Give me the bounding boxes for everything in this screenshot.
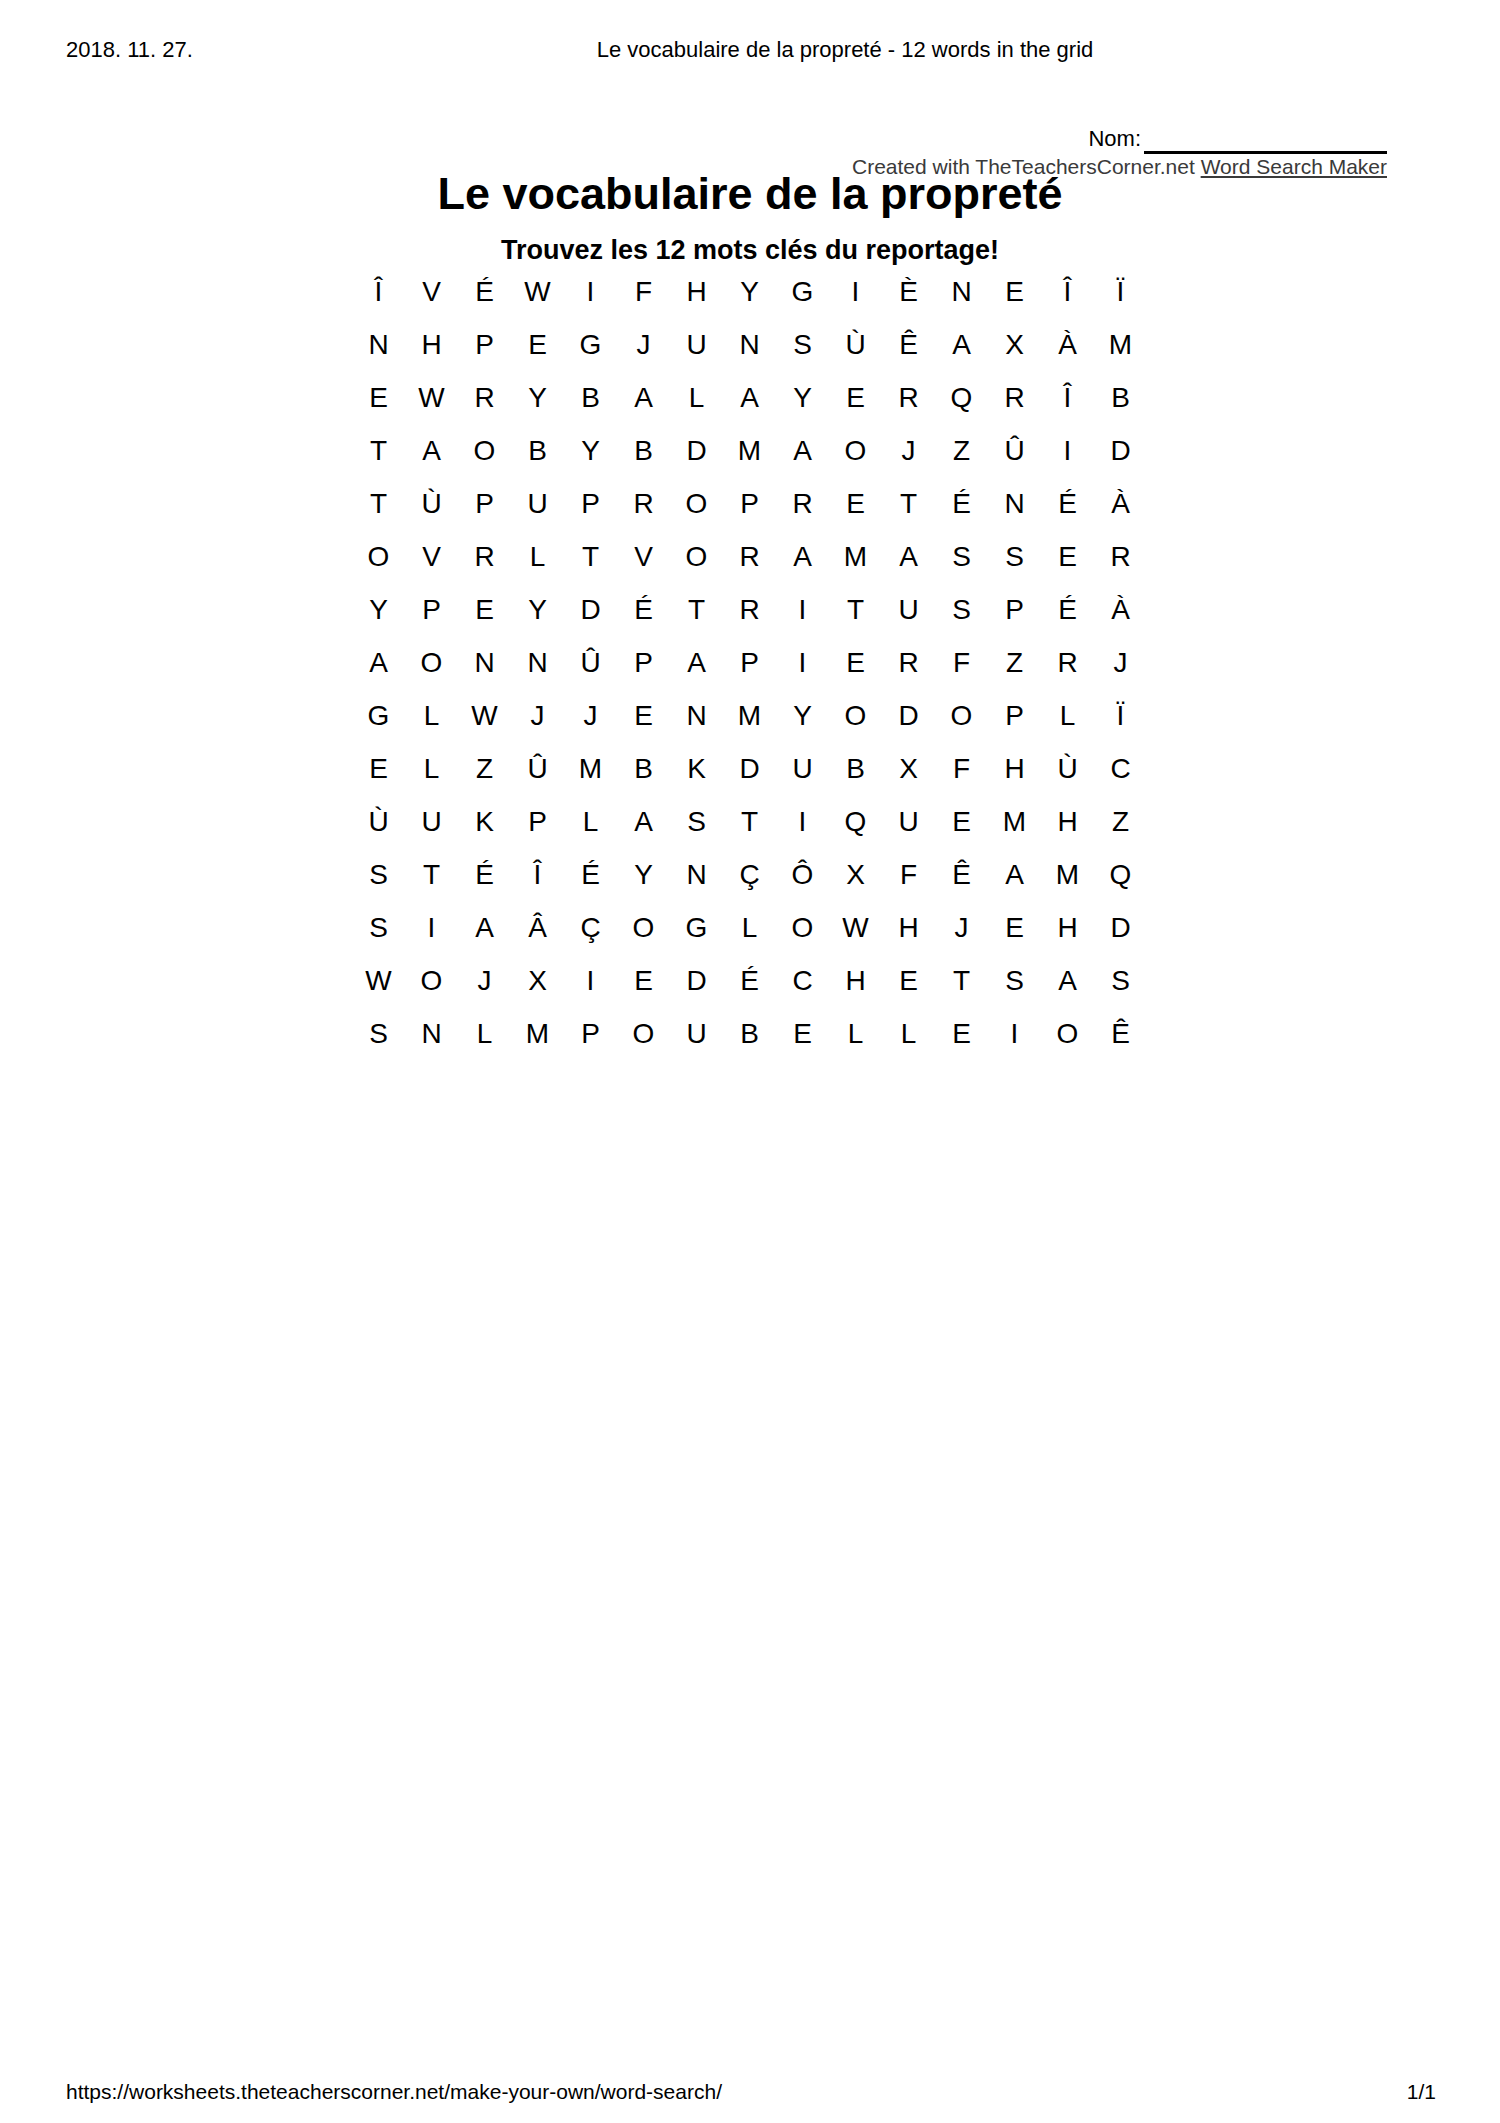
grid-cell: Z [988, 636, 1041, 689]
grid-cell: S [352, 901, 405, 954]
footer-page-number: 1/1 [1407, 2080, 1436, 2104]
grid-cell: R [723, 583, 776, 636]
grid-cell: T [670, 583, 723, 636]
grid-cell: U [776, 742, 829, 795]
grid-cell: G [670, 901, 723, 954]
grid-cell: H [1041, 795, 1094, 848]
grid-cell: H [670, 265, 723, 318]
grid-cell: É [458, 265, 511, 318]
grid-cell: W [458, 689, 511, 742]
grid-cell: L [405, 689, 458, 742]
grid-cell: P [723, 477, 776, 530]
grid-cell: B [1094, 371, 1147, 424]
grid-cell: U [670, 1007, 723, 1060]
grid-cell: I [564, 954, 617, 1007]
name-blank-line [1144, 129, 1387, 154]
grid-cell: É [935, 477, 988, 530]
grid-cell: M [1094, 318, 1147, 371]
grid-cell: Y [776, 371, 829, 424]
grid-cell: I [405, 901, 458, 954]
print-date: 2018. 11. 27. [66, 38, 193, 62]
grid-cell: R [458, 371, 511, 424]
grid-cell: G [564, 318, 617, 371]
grid-cell: S [988, 530, 1041, 583]
grid-cell: O [352, 530, 405, 583]
grid-cell: W [405, 371, 458, 424]
grid-cell: N [511, 636, 564, 689]
grid-cell: A [617, 371, 670, 424]
grid-cell: Û [564, 636, 617, 689]
name-label: Nom: [1088, 126, 1141, 154]
grid-cell: É [564, 848, 617, 901]
grid-cell: Z [1094, 795, 1147, 848]
grid-cell: S [776, 318, 829, 371]
grid-cell: M [988, 795, 1041, 848]
grid-cell: T [935, 954, 988, 1007]
grid-cell: A [352, 636, 405, 689]
grid-cell: L [405, 742, 458, 795]
grid-cell: W [352, 954, 405, 1007]
grid-cell: Ç [723, 848, 776, 901]
grid-cell: Ô [776, 848, 829, 901]
grid-cell: F [882, 848, 935, 901]
grid-cell: L [723, 901, 776, 954]
grid-cell: O [405, 636, 458, 689]
grid-cell: P [564, 477, 617, 530]
grid-cell: P [458, 477, 511, 530]
grid-cell: V [405, 265, 458, 318]
grid-cell: H [405, 318, 458, 371]
grid-cell: D [1094, 424, 1147, 477]
grid-cell: U [405, 795, 458, 848]
grid-cell: É [1041, 583, 1094, 636]
grid-cell: O [617, 1007, 670, 1060]
grid-cell: O [776, 901, 829, 954]
grid-cell: Ç [564, 901, 617, 954]
grid-cell: U [882, 795, 935, 848]
grid-cell: I [776, 583, 829, 636]
grid-cell: A [670, 636, 723, 689]
grid-cell: Y [723, 265, 776, 318]
grid-cell: È [882, 265, 935, 318]
grid-cell: T [829, 583, 882, 636]
grid-cell: P [511, 795, 564, 848]
grid-cell: P [988, 689, 1041, 742]
grid-cell: E [352, 742, 405, 795]
grid-cell: A [458, 901, 511, 954]
grid-cell: R [988, 371, 1041, 424]
grid-cell: W [511, 265, 564, 318]
grid-cell: S [670, 795, 723, 848]
grid-cell: Î [1041, 371, 1094, 424]
grid-cell: É [458, 848, 511, 901]
grid-cell: Ù [352, 795, 405, 848]
grid-cell: V [405, 530, 458, 583]
grid-cell: S [352, 1007, 405, 1060]
grid-cell: M [723, 424, 776, 477]
grid-cell: K [670, 742, 723, 795]
grid-cell: N [352, 318, 405, 371]
grid-cell: C [776, 954, 829, 1007]
grid-cell: P [405, 583, 458, 636]
grid-cell: A [617, 795, 670, 848]
grid-cell: X [829, 848, 882, 901]
grid-cell: Ê [882, 318, 935, 371]
grid-cell: R [1094, 530, 1147, 583]
grid-cell: F [935, 636, 988, 689]
grid-cell: Î [352, 265, 405, 318]
grid-cell: N [458, 636, 511, 689]
grid-cell: Y [776, 689, 829, 742]
grid-cell: J [1094, 636, 1147, 689]
grid-cell: Q [829, 795, 882, 848]
grid-cell: O [405, 954, 458, 1007]
grid-cell: À [1094, 583, 1147, 636]
grid-cell: B [564, 371, 617, 424]
grid-cell: R [723, 530, 776, 583]
footer-url: https://worksheets.theteacherscorner.net… [66, 2080, 722, 2104]
grid-cell: Î [1041, 265, 1094, 318]
grid-cell: U [670, 318, 723, 371]
grid-cell: O [670, 530, 723, 583]
grid-cell: X [988, 318, 1041, 371]
grid-cell: E [458, 583, 511, 636]
grid-cell: I [564, 265, 617, 318]
grid-cell: L [511, 530, 564, 583]
grid-cell: É [617, 583, 670, 636]
grid-cell: O [829, 424, 882, 477]
grid-cell: N [670, 848, 723, 901]
grid-cell: E [882, 954, 935, 1007]
grid-cell: B [617, 424, 670, 477]
grid-cell: R [1041, 636, 1094, 689]
grid-cell: B [723, 1007, 776, 1060]
grid-cell: Â [511, 901, 564, 954]
grid-cell: R [882, 371, 935, 424]
print-document-title: Le vocabulaire de la propreté - 12 words… [597, 38, 1094, 62]
grid-cell: M [564, 742, 617, 795]
grid-cell: E [617, 689, 670, 742]
grid-cell: H [988, 742, 1041, 795]
grid-cell: L [1041, 689, 1094, 742]
grid-cell: A [882, 530, 935, 583]
grid-cell: E [829, 371, 882, 424]
grid-cell: M [511, 1007, 564, 1060]
grid-cell: Ï [1094, 689, 1147, 742]
grid-cell: S [352, 848, 405, 901]
grid-cell: O [1041, 1007, 1094, 1060]
grid-cell: N [988, 477, 1041, 530]
grid-cell: Ù [829, 318, 882, 371]
grid-cell: Î [511, 848, 564, 901]
grid-cell: U [511, 477, 564, 530]
grid-cell: À [1041, 318, 1094, 371]
grid-cell: Y [352, 583, 405, 636]
grid-cell: E [511, 318, 564, 371]
grid-cell: J [935, 901, 988, 954]
grid-cell: É [723, 954, 776, 1007]
grid-cell: B [617, 742, 670, 795]
grid-cell: Q [935, 371, 988, 424]
grid-cell: Ê [935, 848, 988, 901]
grid-cell: D [670, 424, 723, 477]
grid-cell: E [988, 265, 1041, 318]
grid-cell: U [882, 583, 935, 636]
grid-cell: L [564, 795, 617, 848]
grid-cell: L [829, 1007, 882, 1060]
grid-cell: H [882, 901, 935, 954]
grid-cell: E [1041, 530, 1094, 583]
grid-cell: Û [511, 742, 564, 795]
grid-cell: D [564, 583, 617, 636]
worksheet-subtitle: Trouvez les 12 mots clés du reportage! [0, 234, 1500, 266]
grid-cell: H [1041, 901, 1094, 954]
grid-cell: O [670, 477, 723, 530]
grid-cell: T [882, 477, 935, 530]
grid-cell: Ï [1094, 265, 1147, 318]
grid-cell: E [935, 795, 988, 848]
grid-cell: A [935, 318, 988, 371]
grid-cell: B [511, 424, 564, 477]
grid-cell: N [723, 318, 776, 371]
grid-cell: S [988, 954, 1041, 1007]
grid-cell: E [617, 954, 670, 1007]
grid-cell: E [988, 901, 1041, 954]
grid-cell: Û [988, 424, 1041, 477]
grid-cell: S [935, 583, 988, 636]
grid-cell: I [776, 795, 829, 848]
grid-cell: J [882, 424, 935, 477]
grid-cell: I [776, 636, 829, 689]
grid-cell: A [776, 530, 829, 583]
grid-cell: Y [511, 371, 564, 424]
grid-cell: P [723, 636, 776, 689]
grid-cell: O [458, 424, 511, 477]
grid-cell: S [935, 530, 988, 583]
grid-cell: S [1094, 954, 1147, 1007]
grid-cell: M [1041, 848, 1094, 901]
grid-cell: R [882, 636, 935, 689]
grid-cell: M [723, 689, 776, 742]
grid-cell: Y [511, 583, 564, 636]
grid-cell: I [988, 1007, 1041, 1060]
grid-cell: T [405, 848, 458, 901]
grid-cell: R [617, 477, 670, 530]
grid-cell: X [882, 742, 935, 795]
grid-cell: J [511, 689, 564, 742]
grid-cell: A [405, 424, 458, 477]
grid-cell: H [829, 954, 882, 1007]
grid-cell: L [670, 371, 723, 424]
grid-cell: N [670, 689, 723, 742]
grid-cell: O [617, 901, 670, 954]
grid-cell: T [352, 424, 405, 477]
grid-cell: O [935, 689, 988, 742]
grid-cell: V [617, 530, 670, 583]
name-line: Nom: [1088, 126, 1387, 154]
grid-cell: L [458, 1007, 511, 1060]
grid-cell: T [352, 477, 405, 530]
grid-cell: Ê [1094, 1007, 1147, 1060]
grid-cell: P [458, 318, 511, 371]
grid-cell: A [776, 424, 829, 477]
grid-cell: T [564, 530, 617, 583]
grid-cell: Ù [1041, 742, 1094, 795]
grid-cell: C [1094, 742, 1147, 795]
grid-cell: P [564, 1007, 617, 1060]
grid-cell: Z [458, 742, 511, 795]
grid-cell: R [458, 530, 511, 583]
grid-cell: D [1094, 901, 1147, 954]
grid-cell: D [670, 954, 723, 1007]
grid-cell: N [405, 1007, 458, 1060]
grid-cell: R [776, 477, 829, 530]
grid-cell: J [564, 689, 617, 742]
grid-cell: X [511, 954, 564, 1007]
grid-cell: Y [564, 424, 617, 477]
grid-cell: E [829, 477, 882, 530]
grid-cell: Z [935, 424, 988, 477]
grid-cell: E [776, 1007, 829, 1060]
grid-cell: F [617, 265, 670, 318]
grid-cell: B [829, 742, 882, 795]
wordsearch-grid: ÎVÉWIFHYGIÈNEÎÏNHPEGJUNSÙÊAXÀMEWRYBALAYE… [352, 265, 1147, 1060]
grid-cell: I [829, 265, 882, 318]
grid-cell: A [723, 371, 776, 424]
grid-cell: À [1094, 477, 1147, 530]
grid-cell: Q [1094, 848, 1147, 901]
grid-cell: I [1041, 424, 1094, 477]
grid-cell: P [617, 636, 670, 689]
worksheet-page: 2018. 11. 27. Le vocabulaire de la propr… [0, 0, 1500, 2123]
grid-cell: D [882, 689, 935, 742]
grid-cell: F [935, 742, 988, 795]
grid-cell: M [829, 530, 882, 583]
grid-cell: L [882, 1007, 935, 1060]
grid-cell: E [352, 371, 405, 424]
grid-cell: W [829, 901, 882, 954]
grid-cell: J [617, 318, 670, 371]
grid-cell: K [458, 795, 511, 848]
grid-cell: Y [617, 848, 670, 901]
grid-cell: Ù [405, 477, 458, 530]
grid-cell: A [988, 848, 1041, 901]
grid-cell: E [829, 636, 882, 689]
grid-cell: O [829, 689, 882, 742]
grid-cell: G [352, 689, 405, 742]
grid-cell: N [935, 265, 988, 318]
grid-cell: A [1041, 954, 1094, 1007]
grid-cell: J [458, 954, 511, 1007]
grid-cell: T [723, 795, 776, 848]
worksheet-title: Le vocabulaire de la propreté [0, 168, 1500, 220]
grid-cell: É [1041, 477, 1094, 530]
grid-cell: P [988, 583, 1041, 636]
grid-cell: G [776, 265, 829, 318]
grid-cell: D [723, 742, 776, 795]
grid-cell: E [935, 1007, 988, 1060]
